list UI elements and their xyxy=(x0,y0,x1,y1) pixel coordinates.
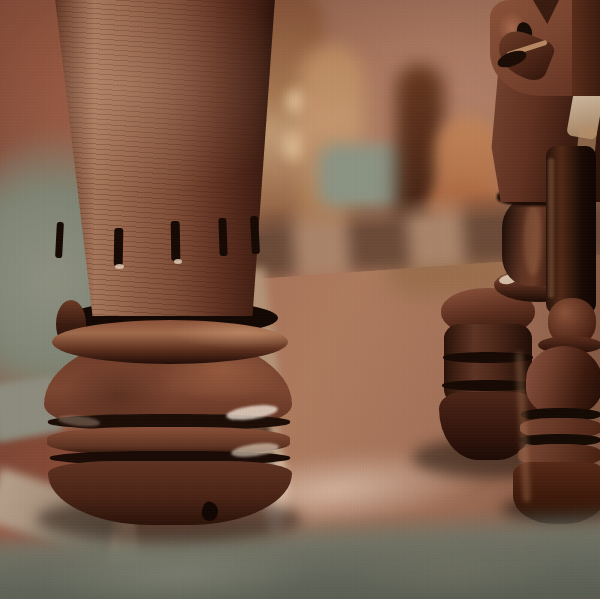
foreground-piece-base-ring xyxy=(52,320,288,364)
chess-photo-scene xyxy=(0,0,600,599)
notch-chip-glint xyxy=(174,259,182,264)
knight-mane xyxy=(572,0,600,96)
knight-trunk-highlight xyxy=(524,204,542,276)
pawn-stem-highlight xyxy=(548,158,554,298)
carved-notch xyxy=(114,228,124,266)
carved-notch xyxy=(218,218,227,256)
pawn-body[interactable] xyxy=(526,346,600,414)
notch-chip-glint xyxy=(115,264,124,269)
carved-notch xyxy=(171,221,181,261)
